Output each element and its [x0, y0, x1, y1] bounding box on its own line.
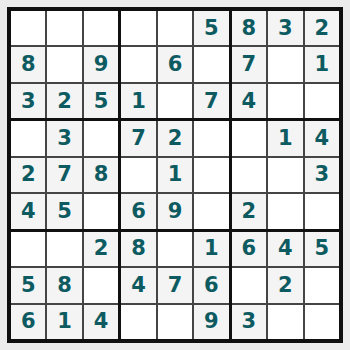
cell-r6c7: 2 [232, 194, 266, 228]
sudoku-board: 8932556178327143278457216914322586148147… [7, 7, 343, 343]
cell-r1c2[interactable] [47, 11, 81, 45]
cell-r7c8: 4 [268, 232, 302, 266]
cell-r1c4[interactable] [121, 11, 155, 45]
cell-r8c9[interactable] [305, 268, 339, 302]
cell-r1c6: 5 [194, 11, 228, 45]
cell-r2c9: 1 [305, 47, 339, 81]
cell-r7c6: 1 [194, 232, 228, 266]
cell-r4c3[interactable] [84, 121, 118, 155]
cell-r6c4: 6 [121, 194, 155, 228]
cell-r1c7: 8 [232, 11, 266, 45]
sudoku-box-7: 258614 [11, 232, 118, 339]
cell-r5c9: 3 [305, 158, 339, 192]
cell-r6c1: 4 [11, 194, 45, 228]
cell-r2c8[interactable] [268, 47, 302, 81]
cell-r3c3: 5 [84, 84, 118, 118]
cell-r3c7: 4 [232, 84, 266, 118]
sudoku-box-3: 832714 [232, 11, 339, 118]
cell-r5c6[interactable] [194, 158, 228, 192]
cell-r5c3: 8 [84, 158, 118, 192]
sudoku-box-4: 327845 [11, 121, 118, 228]
cell-r5c4[interactable] [121, 158, 155, 192]
cell-r3c6: 7 [194, 84, 228, 118]
cell-r6c2: 5 [47, 194, 81, 228]
cell-r3c2: 2 [47, 84, 81, 118]
cell-r8c2: 8 [47, 268, 81, 302]
cell-r3c4: 1 [121, 84, 155, 118]
cell-r7c3: 2 [84, 232, 118, 266]
cell-r1c9: 2 [305, 11, 339, 45]
cell-r8c7[interactable] [232, 268, 266, 302]
cell-r3c9[interactable] [305, 84, 339, 118]
cell-r5c8[interactable] [268, 158, 302, 192]
cell-r2c7: 7 [232, 47, 266, 81]
cell-r9c8[interactable] [268, 305, 302, 339]
cell-r8c1: 5 [11, 268, 45, 302]
sudoku-box-6: 1432 [232, 121, 339, 228]
cell-r2c1: 8 [11, 47, 45, 81]
cell-r7c1[interactable] [11, 232, 45, 266]
cell-r1c3[interactable] [84, 11, 118, 45]
cell-r9c2: 1 [47, 305, 81, 339]
cell-r9c6: 9 [194, 305, 228, 339]
cell-r4c2: 3 [47, 121, 81, 155]
sudoku-box-9: 64523 [232, 232, 339, 339]
sudoku-box-5: 72169 [121, 121, 228, 228]
cell-r1c8: 3 [268, 11, 302, 45]
cell-r4c5: 2 [158, 121, 192, 155]
cell-r4c7[interactable] [232, 121, 266, 155]
sudoku-box-1: 89325 [11, 11, 118, 118]
cell-r6c6[interactable] [194, 194, 228, 228]
cell-r6c3[interactable] [84, 194, 118, 228]
cell-r5c1: 2 [11, 158, 45, 192]
cell-r9c9[interactable] [305, 305, 339, 339]
cell-r8c5: 7 [158, 268, 192, 302]
cell-r4c4: 7 [121, 121, 155, 155]
cell-r4c6[interactable] [194, 121, 228, 155]
cell-r5c2: 7 [47, 158, 81, 192]
cell-r3c1: 3 [11, 84, 45, 118]
cell-r7c5[interactable] [158, 232, 192, 266]
cell-r5c7[interactable] [232, 158, 266, 192]
sudoku-box-2: 5617 [121, 11, 228, 118]
cell-r9c1: 6 [11, 305, 45, 339]
cell-r8c3[interactable] [84, 268, 118, 302]
cell-r8c6: 6 [194, 268, 228, 302]
cell-r6c5: 9 [158, 194, 192, 228]
cell-r2c2[interactable] [47, 47, 81, 81]
cell-r4c9: 4 [305, 121, 339, 155]
cell-r1c5[interactable] [158, 11, 192, 45]
sudoku-box-8: 814769 [121, 232, 228, 339]
cell-r2c5: 6 [158, 47, 192, 81]
cell-r3c8[interactable] [268, 84, 302, 118]
sudoku-page: 8932556178327143278457216914322586148147… [0, 0, 350, 350]
cell-r4c8: 1 [268, 121, 302, 155]
cell-r7c9: 5 [305, 232, 339, 266]
cell-r4c1[interactable] [11, 121, 45, 155]
cell-r9c4[interactable] [121, 305, 155, 339]
cell-r2c3: 9 [84, 47, 118, 81]
cell-r7c4: 8 [121, 232, 155, 266]
cell-r9c5[interactable] [158, 305, 192, 339]
cell-r6c9[interactable] [305, 194, 339, 228]
cell-r1c1[interactable] [11, 11, 45, 45]
cell-r9c7: 3 [232, 305, 266, 339]
cell-r7c2[interactable] [47, 232, 81, 266]
cell-r6c8[interactable] [268, 194, 302, 228]
cell-r2c6[interactable] [194, 47, 228, 81]
cell-r8c8: 2 [268, 268, 302, 302]
cell-r9c3: 4 [84, 305, 118, 339]
cell-r2c4[interactable] [121, 47, 155, 81]
cell-r8c4: 4 [121, 268, 155, 302]
cell-r7c7: 6 [232, 232, 266, 266]
cell-r5c5: 1 [158, 158, 192, 192]
cell-r3c5[interactable] [158, 84, 192, 118]
